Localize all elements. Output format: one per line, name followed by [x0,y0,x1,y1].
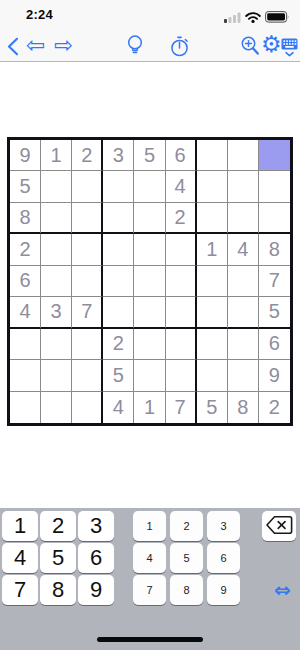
cell-r9c5[interactable]: 1 [134,392,165,423]
cell-r8c2[interactable] [41,360,72,391]
cell-r3c7[interactable] [197,203,228,234]
key-small-1[interactable]: 1 [133,511,166,541]
left-right-arrow-icon: ⇔ [274,578,291,602]
cell-r1c7[interactable] [197,140,228,171]
cell-r1c9[interactable] [259,140,290,171]
key-large-4[interactable]: 4 [2,543,38,573]
keypad-small: 123456789 [133,511,240,605]
cell-r5c9[interactable]: 7 [259,266,290,297]
key-small-9[interactable]: 9 [207,575,240,605]
cell-r5c2[interactable] [41,266,72,297]
swap-keypad-button[interactable]: ⇔ [274,578,291,602]
cell-r2c9[interactable] [259,171,290,202]
cell-r6c8[interactable] [228,297,259,328]
cell-r3c4[interactable] [103,203,134,234]
cell-r2c5[interactable] [134,171,165,202]
cell-r8c4[interactable]: 5 [103,360,134,391]
cell-r6c4[interactable] [103,297,134,328]
cell-r9c6[interactable]: 7 [166,392,197,423]
cell-r2c1[interactable]: 5 [10,171,41,202]
keyboard-dismiss-icon [281,45,298,60]
cell-r1c2[interactable]: 1 [41,140,72,171]
cell-r2c3[interactable] [72,171,103,202]
cell-r6c7[interactable] [197,297,228,328]
status-icons [224,9,290,27]
cell-r5c6[interactable] [166,266,197,297]
keypad: 123456789 123456789 ⇔ [0,508,300,650]
cell-r7c1[interactable] [10,329,41,360]
cell-r9c2[interactable] [41,392,72,423]
cell-r4c3[interactable] [72,234,103,265]
key-small-3[interactable]: 3 [207,511,240,541]
app-screen: 2:24 [0,0,300,650]
key-small-8[interactable]: 8 [170,575,203,605]
cell-r8c6[interactable] [166,360,197,391]
cell-r5c1[interactable]: 6 [10,266,41,297]
cell-r5c3[interactable] [72,266,103,297]
keyboard-toggle-button[interactable] [281,38,298,59]
backspace-icon [265,515,293,538]
sudoku-board: 912356548221486743752659417582 [7,137,293,426]
back-button[interactable] [7,37,19,58]
lightbulb-icon [127,45,143,60]
cell-r7c8[interactable] [228,329,259,360]
cell-r1c1[interactable]: 9 [10,140,41,171]
cell-r6c5[interactable] [134,297,165,328]
cell-r1c6[interactable]: 6 [166,140,197,171]
cell-r6c9[interactable]: 5 [259,297,290,328]
key-large-9[interactable]: 9 [78,575,114,605]
key-large-8[interactable]: 8 [40,575,76,605]
cell-r2c8[interactable] [228,171,259,202]
hint-button[interactable] [127,35,143,59]
cell-r9c9[interactable]: 2 [259,392,290,423]
cell-r6c2[interactable]: 3 [41,297,72,328]
cell-r3c6[interactable]: 2 [166,203,197,234]
home-indicator[interactable] [97,637,203,642]
cell-r3c3[interactable] [72,203,103,234]
timer-button[interactable] [169,36,190,59]
cell-r1c3[interactable]: 2 [72,140,103,171]
cell-r4c8[interactable]: 4 [228,234,259,265]
key-small-5[interactable]: 5 [170,543,203,573]
cell-r6c1[interactable]: 4 [10,297,41,328]
stopwatch-icon [169,45,190,60]
cell-r4c7[interactable]: 1 [197,234,228,265]
cell-r9c8[interactable]: 8 [228,392,259,423]
cell-r8c1[interactable] [10,360,41,391]
cell-r3c1[interactable]: 8 [10,203,41,234]
arrow-left-outline-icon: ⇦ [26,34,45,57]
cell-r3c9[interactable] [259,203,290,234]
cell-r1c4[interactable]: 3 [103,140,134,171]
gear-icon: ⚙ [261,33,282,56]
cell-r7c6[interactable] [166,329,197,360]
cell-r7c7[interactable] [197,329,228,360]
undo-button[interactable]: ⇦ [26,34,45,57]
key-small-2[interactable]: 2 [170,511,203,541]
cell-r3c8[interactable] [228,203,259,234]
cell-r3c2[interactable] [41,203,72,234]
cell-r5c7[interactable] [197,266,228,297]
cell-r4c2[interactable] [41,234,72,265]
wifi-icon [245,9,261,27]
toolbar: ⇦ ⇨ [0,30,300,62]
arrow-right-outline-icon: ⇨ [54,34,73,57]
cell-r4c6[interactable] [166,234,197,265]
cell-r6c6[interactable] [166,297,197,328]
cell-r4c9[interactable]: 8 [259,234,290,265]
cell-r5c8[interactable] [228,266,259,297]
cell-r3c5[interactable] [134,203,165,234]
key-large-6[interactable]: 6 [78,543,114,573]
key-small-4[interactable]: 4 [133,543,166,573]
status-bar: 2:24 [0,0,300,30]
redo-button[interactable]: ⇨ [54,34,73,57]
key-small-6[interactable]: 6 [207,543,240,573]
cell-r7c4[interactable]: 2 [103,329,134,360]
cell-r4c1[interactable]: 2 [10,234,41,265]
cell-r8c7[interactable] [197,360,228,391]
cell-r9c4[interactable]: 4 [103,392,134,423]
battery-icon [265,9,290,27]
cell-r5c4[interactable] [103,266,134,297]
cell-r7c3[interactable] [72,329,103,360]
cell-r9c1[interactable] [10,392,41,423]
key-small-7[interactable]: 7 [133,575,166,605]
chevron-left-icon [7,44,19,59]
cell-r9c3[interactable] [72,392,103,423]
cell-r4c5[interactable] [134,234,165,265]
key-large-5[interactable]: 5 [40,543,76,573]
cell-r4c4[interactable] [103,234,134,265]
status-time: 2:24 [26,7,53,22]
cell-r5c5[interactable] [134,266,165,297]
cell-r2c7[interactable] [197,171,228,202]
key-large-2[interactable]: 2 [40,511,76,541]
backspace-key[interactable] [262,511,296,541]
magnifier-plus-icon [241,44,260,59]
cell-r7c5[interactable] [134,329,165,360]
cell-r8c8[interactable] [228,360,259,391]
cell-r1c5[interactable]: 5 [134,140,165,171]
cell-r7c9[interactable]: 6 [259,329,290,360]
cell-r2c4[interactable] [103,171,134,202]
cell-r6c3[interactable]: 7 [72,297,103,328]
cell-r1c8[interactable] [228,140,259,171]
cell-r2c2[interactable] [41,171,72,202]
cell-r8c5[interactable] [134,360,165,391]
zoom-button[interactable] [241,36,260,58]
cell-r8c9[interactable]: 9 [259,360,290,391]
key-large-1[interactable]: 1 [2,511,38,541]
cell-r2c6[interactable]: 4 [166,171,197,202]
cell-r7c2[interactable] [41,329,72,360]
keypad-large: 123456789 [2,511,114,605]
settings-button[interactable]: ⚙ [261,33,282,56]
key-large-7[interactable]: 7 [2,575,38,605]
cell-r8c3[interactable] [72,360,103,391]
cell-r9c7[interactable]: 5 [197,392,228,423]
key-large-3[interactable]: 3 [78,511,114,541]
signal-bars-icon [224,9,241,27]
